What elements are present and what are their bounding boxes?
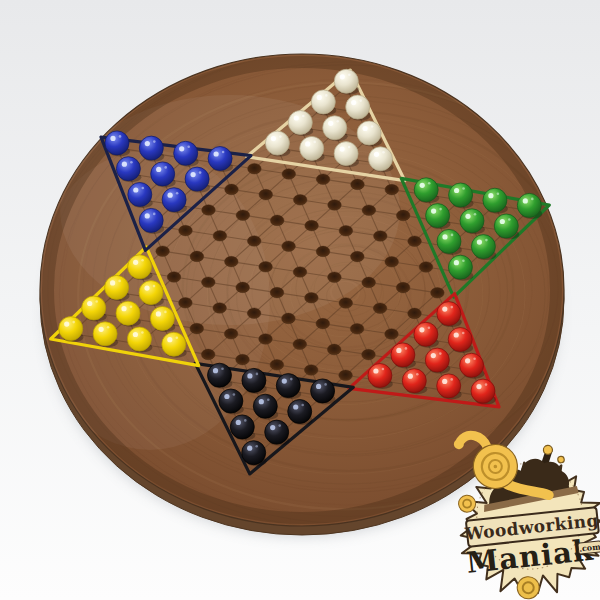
marble-specular-2	[371, 125, 374, 128]
marble-specular	[167, 337, 172, 342]
marble-specular	[259, 399, 264, 404]
marble-sphere	[471, 379, 495, 403]
hole-r8c0[interactable]	[156, 246, 170, 257]
marble-specular	[156, 311, 161, 316]
hole-r10c3[interactable]	[213, 303, 227, 314]
marble-specular-2	[244, 419, 247, 422]
marble-specular	[214, 151, 219, 156]
hole-r8c5[interactable]	[328, 272, 342, 283]
marble-specular-2	[107, 326, 110, 329]
logo-domain-suffix: .com	[579, 541, 600, 553]
marble-sphere	[208, 363, 232, 387]
marble-sphere	[357, 121, 381, 145]
hole-r8c2[interactable]	[225, 256, 239, 267]
marble-specular-2	[119, 135, 122, 138]
scene: Woodworking Maniak .com	[0, 0, 600, 600]
hole-r4c6[interactable]	[316, 174, 330, 185]
shaving-dot-1	[543, 445, 553, 455]
marble-specular-2	[130, 161, 133, 164]
marble-sphere	[448, 255, 472, 279]
marble-sphere	[334, 69, 358, 93]
marble-specular	[122, 162, 127, 167]
marble-sphere	[82, 296, 106, 320]
marble-sphere	[139, 281, 163, 305]
marble-sphere	[105, 131, 129, 155]
marble-specular-2	[267, 398, 270, 401]
marble-specular	[431, 353, 436, 358]
hole-r8c6[interactable]	[362, 277, 376, 288]
marble-specular-2	[164, 166, 167, 169]
marble-specular	[247, 446, 252, 451]
marble-specular	[442, 234, 447, 239]
marble-sphere	[426, 204, 450, 228]
hole-r10c5[interactable]	[282, 313, 296, 324]
marble-specular-2	[142, 187, 145, 190]
marble-sphere	[414, 322, 438, 346]
marble-sphere	[162, 332, 186, 356]
hole-r11c5[interactable]	[259, 334, 273, 345]
hole-r7c6[interactable]	[351, 251, 365, 262]
marble-sphere	[127, 327, 151, 351]
marble-sphere	[265, 131, 289, 155]
marble-sphere	[414, 178, 438, 202]
marble-specular-2	[95, 300, 98, 303]
hole-r5c5[interactable]	[293, 195, 307, 206]
marble-specular-2	[164, 311, 167, 314]
marble-specular	[373, 368, 378, 373]
marble-specular-2	[278, 424, 281, 427]
hole-r6c4[interactable]	[270, 215, 284, 226]
marble-specular-2	[72, 321, 75, 324]
marble-specular	[168, 193, 173, 198]
hole-r12c7[interactable]	[304, 365, 318, 376]
marble-specular-2	[473, 358, 476, 361]
marble-sphere	[93, 322, 117, 346]
marble-sphere	[437, 374, 461, 398]
marble-sphere	[425, 348, 449, 372]
marble-sphere	[219, 389, 243, 413]
marble-specular-2	[313, 141, 316, 144]
marble-specular-2	[130, 305, 133, 308]
marble-specular-2	[462, 332, 465, 335]
marble-sphere	[150, 306, 174, 330]
marble-specular-2	[405, 347, 408, 350]
marble-sphere	[185, 167, 209, 191]
hole-r12c6[interactable]	[270, 360, 284, 371]
marble-specular	[374, 152, 379, 157]
hole-r11c6[interactable]	[293, 339, 307, 350]
marble-sphere	[288, 400, 312, 424]
marble-sphere	[128, 255, 152, 279]
hole-r7c4[interactable]	[282, 241, 296, 252]
hole-r10c6[interactable]	[316, 318, 330, 329]
marble-specular	[110, 136, 115, 141]
marble-sphere	[162, 188, 186, 212]
hole-r7c8[interactable]	[419, 262, 433, 273]
marble-specular	[133, 187, 138, 192]
marble-sphere	[460, 353, 484, 377]
marble-specular-2	[439, 352, 442, 355]
marble-sphere	[300, 136, 324, 160]
marble-specular	[179, 146, 184, 151]
hole-r9c4[interactable]	[270, 287, 284, 298]
marble-specular	[317, 95, 322, 100]
marble-specular-2	[141, 331, 144, 334]
marble-specular-2	[233, 393, 236, 396]
hole-r5c8[interactable]	[396, 210, 410, 221]
marble-sphere	[437, 229, 461, 253]
hole-r7c2[interactable]	[213, 231, 227, 242]
marble-specular-2	[439, 208, 442, 211]
marble-specular-2	[153, 285, 156, 288]
hole-r6c8[interactable]	[408, 236, 422, 247]
marble-specular-2	[428, 327, 431, 330]
marble-specular	[465, 358, 470, 363]
marble-specular	[294, 115, 299, 120]
marble-specular	[488, 193, 493, 198]
hole-r4c4[interactable]	[248, 163, 262, 174]
marble-sphere	[369, 147, 393, 171]
marble-sphere	[242, 441, 266, 465]
marble-specular-2	[382, 368, 385, 371]
board-photo: Woodworking Maniak .com	[0, 0, 600, 600]
marble-specular-2	[176, 336, 179, 339]
hole-r10c8[interactable]	[385, 329, 399, 340]
marble-specular-2	[382, 151, 385, 154]
marble-specular	[144, 286, 149, 291]
marble-specular-2	[301, 404, 304, 407]
marble-specular	[316, 384, 321, 389]
marble-specular-2	[324, 383, 327, 386]
hole-r6c2[interactable]	[202, 205, 216, 216]
marble-specular	[442, 379, 447, 384]
marble-sphere	[471, 235, 495, 259]
hole-r9c8[interactable]	[408, 308, 422, 319]
marble-sphere	[437, 302, 461, 326]
marble-specular-2	[359, 99, 362, 102]
marble-specular-2	[222, 151, 225, 154]
marble-specular	[293, 404, 298, 409]
marble-specular	[523, 198, 528, 203]
marble-specular	[351, 100, 356, 105]
marble-specular	[224, 394, 229, 399]
marble-specular	[247, 373, 252, 378]
marble-sphere	[105, 275, 129, 299]
marble-specular-2	[531, 198, 534, 201]
marble-specular	[340, 147, 345, 152]
marble-sphere	[346, 95, 370, 119]
marble-specular	[328, 121, 333, 126]
marble-specular	[454, 332, 459, 337]
marble-specular	[363, 126, 368, 131]
marble-sphere	[174, 141, 198, 165]
hole-r12c4[interactable]	[201, 349, 215, 360]
marble-sphere	[460, 209, 484, 233]
marble-specular-2	[279, 135, 282, 138]
hole-r9c7[interactable]	[373, 303, 387, 314]
marble-specular	[396, 348, 401, 353]
marble-specular-2	[256, 373, 259, 376]
marble-specular-2	[451, 306, 454, 309]
marble-sphere	[276, 374, 300, 398]
marble-specular-2	[485, 383, 488, 386]
marble-sphere	[391, 343, 415, 367]
shaving-dot-2	[557, 456, 564, 463]
marble-specular	[305, 141, 310, 146]
marble-sphere	[334, 142, 358, 166]
marble-specular	[236, 420, 241, 425]
marble-specular	[133, 260, 138, 265]
marble-sphere	[494, 214, 518, 238]
hole-r9c2[interactable]	[202, 277, 216, 288]
hole-r10c7[interactable]	[350, 324, 364, 335]
marble-sphere	[402, 369, 426, 393]
hole-r4c5[interactable]	[282, 169, 296, 180]
marble-specular-2	[462, 187, 465, 190]
marble-specular	[191, 172, 196, 177]
marble-sphere	[151, 162, 175, 186]
marble-sphere	[242, 368, 266, 392]
marble-sphere	[230, 415, 254, 439]
marble-sphere	[265, 420, 289, 444]
hole-r9c5[interactable]	[305, 293, 319, 304]
marble-sphere	[288, 111, 312, 135]
marble-specular	[121, 306, 126, 311]
hole-r4c8[interactable]	[385, 184, 399, 195]
marble-specular	[271, 136, 276, 141]
hole-r6c5[interactable]	[305, 220, 319, 231]
marble-sphere	[253, 394, 277, 418]
marble-sphere	[323, 116, 347, 140]
marble-specular	[99, 327, 104, 332]
marble-specular	[442, 307, 447, 312]
marble-sphere	[208, 147, 232, 171]
marble-sphere	[311, 379, 335, 403]
hole-r7c3[interactable]	[247, 236, 261, 247]
marble-specular-2	[497, 192, 500, 195]
marble-sphere	[449, 183, 473, 207]
marble-sphere	[116, 157, 140, 181]
marble-specular-2	[221, 367, 224, 370]
marble-specular-2	[325, 94, 328, 97]
marble-specular	[270, 425, 275, 430]
hole-r11c3[interactable]	[190, 323, 204, 334]
marble-specular-2	[474, 213, 477, 216]
marble-specular-2	[290, 378, 293, 381]
hole-r11c8[interactable]	[362, 349, 376, 360]
hole-r12c5[interactable]	[236, 354, 250, 365]
marble-sphere	[139, 208, 163, 232]
marble-specular-2	[336, 120, 339, 123]
hole-r5c3[interactable]	[225, 184, 239, 195]
marble-specular-2	[153, 140, 156, 143]
marble-specular-2	[428, 182, 431, 185]
hole-r7c5[interactable]	[316, 246, 330, 257]
marble-sphere	[59, 317, 83, 341]
marble-specular-2	[153, 213, 156, 216]
marble-specular	[87, 301, 92, 306]
marble-specular-2	[508, 218, 511, 221]
hole-r8c1[interactable]	[190, 251, 204, 262]
marble-specular	[419, 327, 424, 332]
hole-r5c6[interactable]	[328, 200, 342, 211]
hole-r10c2[interactable]	[179, 298, 193, 309]
marble-specular	[340, 74, 345, 79]
hole-r4c7[interactable]	[351, 179, 365, 190]
marble-specular-2	[118, 280, 121, 283]
marble-specular	[477, 240, 482, 245]
marble-specular	[500, 219, 505, 224]
hole-r12c8[interactable]	[339, 370, 353, 381]
marble-sphere	[311, 90, 335, 114]
marble-specular	[454, 260, 459, 265]
marble-specular-2	[416, 373, 419, 376]
marble-specular	[476, 384, 481, 389]
marble-specular-2	[348, 146, 351, 149]
marble-specular-2	[187, 146, 190, 149]
marble-sphere	[139, 136, 163, 160]
marble-sphere	[368, 364, 392, 388]
hole-r11c7[interactable]	[327, 344, 341, 355]
marble-specular	[213, 368, 218, 373]
marble-specular	[145, 141, 150, 146]
marble-specular-2	[302, 115, 305, 118]
hole-r5c4[interactable]	[259, 189, 273, 200]
marble-sphere	[128, 183, 152, 207]
hole-r8c3[interactable]	[259, 262, 273, 273]
hole-r8c8[interactable]	[431, 288, 445, 299]
hole-r5c7[interactable]	[362, 205, 376, 216]
marble-sphere	[448, 328, 472, 352]
hole-r9c3[interactable]	[236, 282, 250, 293]
hole-r7c7[interactable]	[385, 257, 399, 268]
marble-specular	[408, 374, 413, 379]
hole-r8c4[interactable]	[293, 267, 307, 278]
hole-r6c3[interactable]	[236, 210, 250, 221]
marble-specular	[465, 214, 470, 219]
marble-specular	[156, 167, 161, 172]
marble-specular-2	[485, 239, 488, 242]
hole-r6c6[interactable]	[339, 226, 353, 237]
marble-specular-2	[462, 259, 465, 262]
marble-specular	[454, 188, 459, 193]
marble-specular	[282, 379, 287, 384]
hole-r10c4[interactable]	[247, 308, 261, 319]
marble-specular	[431, 209, 436, 214]
marble-specular-2	[255, 445, 258, 448]
marble-specular	[110, 280, 115, 285]
marble-specular	[133, 332, 138, 337]
marble-sphere	[517, 193, 541, 217]
hole-r9c1[interactable]	[167, 272, 181, 283]
marble-specular-2	[176, 192, 179, 195]
marble-specular	[420, 183, 425, 188]
hole-r9c6[interactable]	[339, 298, 353, 309]
marble-sphere	[483, 188, 507, 212]
hole-r8c7[interactable]	[396, 282, 410, 293]
marble-specular-2	[199, 171, 202, 174]
marble-specular-2	[348, 74, 351, 77]
marble-specular-2	[450, 378, 453, 381]
marble-sphere	[116, 301, 140, 325]
marble-specular-2	[451, 234, 454, 237]
marble-specular-2	[141, 259, 144, 262]
hole-r11c4[interactable]	[224, 329, 238, 340]
marble-specular	[145, 213, 150, 218]
hole-r6c7[interactable]	[374, 231, 388, 242]
hole-r7c1[interactable]	[179, 225, 193, 236]
marble-specular	[64, 322, 69, 327]
